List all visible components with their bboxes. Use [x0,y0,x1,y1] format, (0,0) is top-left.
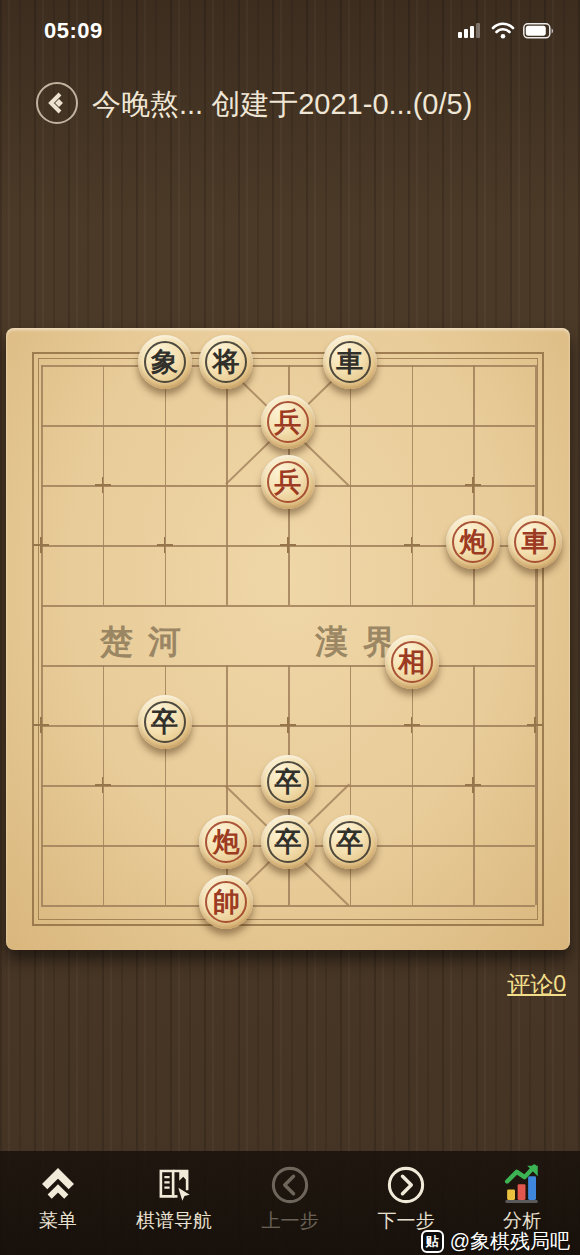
menu-button[interactable]: 菜单 [0,1151,116,1255]
piece-glyph: 卒 [138,695,192,749]
point-marker [95,477,111,493]
piece-glyph: 象 [138,335,192,389]
menu-label: 菜单 [39,1208,77,1234]
grid-line [412,365,414,605]
grid-line [165,365,167,605]
next-circle-icon [385,1164,427,1206]
watermark: 贴 @象棋残局吧 [421,1228,570,1255]
piece-glyph: 卒 [261,755,315,809]
piece-glyph: 帥 [199,875,253,929]
watermark-text: @象棋残局吧 [450,1228,570,1255]
piece-glyph: 兵 [261,455,315,509]
piece-red-兵[interactable]: 兵 [261,455,315,509]
piece-red-車[interactable]: 車 [508,515,562,569]
point-marker [404,537,420,553]
piece-red-炮[interactable]: 炮 [446,515,500,569]
previous-step-button[interactable]: 上一步 [232,1151,348,1255]
point-marker [95,777,111,793]
piece-black-象[interactable]: 象 [138,335,192,389]
book-navigation-icon [153,1164,195,1206]
point-marker [527,717,543,733]
status-time: 05:09 [44,18,103,44]
grid-line [412,665,414,905]
point-marker [280,717,296,733]
bar-chart-analysis-icon [501,1164,543,1206]
piece-glyph: 卒 [323,815,377,869]
back-button[interactable] [36,82,78,124]
piece-glyph: 兵 [261,395,315,449]
piece-glyph: 車 [508,515,562,569]
river-label-left: 楚河 [100,620,196,665]
tieba-logo-icon: 贴 [421,1230,444,1253]
grid-line [41,605,535,607]
xiangqi-board[interactable]: 楚河 漢界 象将車兵兵炮車相卒卒炮卒卒帥 [6,328,570,950]
piece-black-卒[interactable]: 卒 [323,815,377,869]
point-marker [33,537,49,553]
point-marker [404,717,420,733]
piece-glyph: 炮 [199,815,253,869]
piece-red-炮[interactable]: 炮 [199,815,253,869]
point-marker [280,537,296,553]
piece-black-将[interactable]: 将 [199,335,253,389]
cellular-signal-icon [458,22,483,39]
piece-red-帥[interactable]: 帥 [199,875,253,929]
piece-glyph: 炮 [446,515,500,569]
piece-black-卒[interactable]: 卒 [138,695,192,749]
piece-red-兵[interactable]: 兵 [261,395,315,449]
comments-link[interactable]: 评论0 [507,969,566,1000]
piece-red-相[interactable]: 相 [385,635,439,689]
piece-glyph: 車 [323,335,377,389]
point-marker [465,477,481,493]
grid-line [41,905,535,907]
piece-glyph: 卒 [261,815,315,869]
piece-black-卒[interactable]: 卒 [261,815,315,869]
app-screen: 05:09 今晚熬... 创建于2021-0...(0/5) 楚 [0,0,580,1255]
grid-line [535,365,537,905]
game-record-nav-button[interactable]: 棋谱导航 [116,1151,232,1255]
battery-icon [523,23,554,39]
game-record-nav-label: 棋谱导航 [136,1208,212,1234]
point-marker [157,537,173,553]
chevron-back-icon [44,90,70,116]
piece-black-卒[interactable]: 卒 [261,755,315,809]
previous-step-label: 上一步 [262,1208,319,1234]
grid-line [350,365,352,605]
point-marker [33,717,49,733]
piece-glyph: 相 [385,635,439,689]
prev-circle-icon [269,1164,311,1206]
piece-glyph: 将 [199,335,253,389]
point-marker [465,777,481,793]
wifi-icon [491,22,515,39]
grid-line [41,365,43,905]
status-icons [458,22,554,39]
menu-arrows-icon [37,1164,79,1206]
page-title: 今晚熬... 创建于2021-0...(0/5) [92,85,562,125]
piece-black-車[interactable]: 車 [323,335,377,389]
